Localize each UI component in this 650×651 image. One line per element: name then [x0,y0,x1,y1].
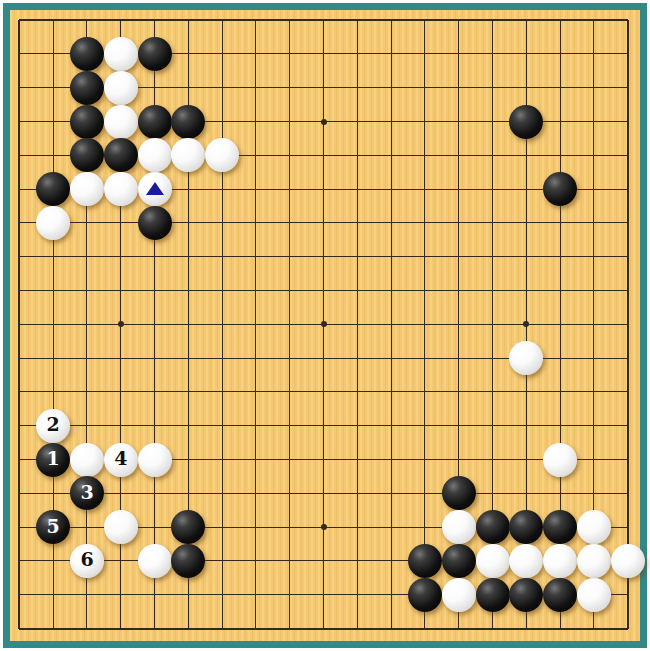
board-intersection[interactable] [408,240,442,274]
board-intersection[interactable] [273,375,307,409]
board-intersection[interactable] [70,409,104,443]
board-intersection[interactable] [543,206,577,240]
board-intersection[interactable] [408,274,442,308]
board-intersection[interactable] [36,307,70,341]
board-intersection[interactable] [442,105,476,139]
board-intersection[interactable] [307,544,341,578]
board-intersection[interactable] [509,274,543,308]
board-intersection[interactable] [3,612,37,646]
board-intersection[interactable] [577,341,611,375]
board-intersection[interactable] [442,71,476,105]
board-intersection[interactable] [374,37,408,71]
board-intersection[interactable] [374,409,408,443]
board-intersection[interactable] [239,375,273,409]
board-intersection[interactable] [36,138,70,172]
board-intersection[interactable] [3,375,37,409]
board-intersection[interactable] [611,37,645,71]
board-intersection[interactable] [577,37,611,71]
board-intersection[interactable] [205,206,239,240]
board-intersection[interactable] [36,240,70,274]
board-intersection[interactable] [36,37,70,71]
board-intersection[interactable] [239,240,273,274]
board-intersection[interactable] [340,206,374,240]
board-intersection[interactable] [273,71,307,105]
board-intersection[interactable] [171,206,205,240]
board-intersection[interactable] [408,341,442,375]
board-intersection[interactable] [70,274,104,308]
board-intersection[interactable] [273,510,307,544]
board-intersection[interactable] [408,443,442,477]
board-intersection[interactable] [476,138,510,172]
board-intersection[interactable] [138,409,172,443]
board-intersection[interactable] [36,341,70,375]
board-intersection[interactable] [171,612,205,646]
board-intersection[interactable] [239,37,273,71]
board-intersection[interactable] [70,240,104,274]
board-intersection[interactable] [509,409,543,443]
board-intersection[interactable] [273,274,307,308]
board-intersection[interactable] [543,274,577,308]
board-intersection[interactable] [340,510,374,544]
board-intersection[interactable] [205,510,239,544]
board-intersection[interactable] [171,443,205,477]
board-intersection[interactable] [307,612,341,646]
board-intersection[interactable] [3,307,37,341]
board-intersection[interactable] [340,375,374,409]
board-intersection[interactable] [509,37,543,71]
board-intersection[interactable] [543,476,577,510]
board-intersection[interactable] [374,172,408,206]
board-intersection[interactable] [171,71,205,105]
board-intersection[interactable] [239,443,273,477]
board-intersection[interactable] [3,138,37,172]
board-intersection[interactable] [307,341,341,375]
board-intersection[interactable] [205,240,239,274]
board-intersection[interactable] [577,3,611,37]
board-intersection[interactable] [577,172,611,206]
board-intersection[interactable] [205,443,239,477]
board-intersection[interactable] [3,510,37,544]
board-intersection[interactable] [3,105,37,139]
board-intersection[interactable] [205,409,239,443]
board-intersection[interactable] [307,138,341,172]
board-intersection[interactable] [307,172,341,206]
board-intersection[interactable] [476,240,510,274]
board-intersection[interactable] [171,3,205,37]
board-intersection[interactable] [340,172,374,206]
board-intersection[interactable] [70,307,104,341]
board-intersection[interactable] [70,341,104,375]
board-intersection[interactable] [239,274,273,308]
board-intersection[interactable] [239,3,273,37]
board-intersection[interactable] [3,409,37,443]
board-intersection[interactable] [611,3,645,37]
board-intersection[interactable] [509,476,543,510]
board-intersection[interactable] [408,476,442,510]
board-intersection[interactable] [3,274,37,308]
board-intersection[interactable] [273,443,307,477]
board-intersection[interactable] [340,3,374,37]
board-intersection[interactable] [205,3,239,37]
board-intersection[interactable] [239,172,273,206]
board-intersection[interactable] [408,307,442,341]
board-intersection[interactable] [611,612,645,646]
board-intersection[interactable] [340,443,374,477]
board-intersection[interactable] [239,138,273,172]
board-intersection[interactable] [476,341,510,375]
board-intersection[interactable] [36,578,70,612]
board-intersection[interactable] [509,612,543,646]
board-intersection[interactable] [138,3,172,37]
board-intersection[interactable] [171,476,205,510]
board-intersection[interactable] [374,3,408,37]
board-intersection[interactable] [374,307,408,341]
board-intersection[interactable] [611,375,645,409]
board-intersection[interactable] [70,612,104,646]
board-intersection[interactable] [138,612,172,646]
board-intersection[interactable] [611,341,645,375]
board-intersection[interactable] [442,307,476,341]
board-intersection[interactable] [611,409,645,443]
board-intersection[interactable] [36,71,70,105]
board-intersection[interactable] [239,544,273,578]
board-intersection[interactable] [3,544,37,578]
board-intersection[interactable] [340,240,374,274]
board-intersection[interactable] [476,206,510,240]
board-intersection[interactable] [543,612,577,646]
board-intersection[interactable] [307,409,341,443]
board-intersection[interactable] [611,274,645,308]
board-intersection[interactable] [611,240,645,274]
board-intersection[interactable] [104,341,138,375]
board-intersection[interactable] [205,612,239,646]
board-intersection[interactable] [138,341,172,375]
board-intersection[interactable] [476,476,510,510]
board-intersection[interactable] [205,172,239,206]
board-intersection[interactable] [476,37,510,71]
board-intersection[interactable] [205,578,239,612]
board-intersection[interactable] [374,375,408,409]
board-intersection[interactable] [104,240,138,274]
board-intersection[interactable] [36,544,70,578]
board-intersection[interactable] [171,37,205,71]
board-intersection[interactable] [239,409,273,443]
board-intersection[interactable] [543,138,577,172]
board-intersection[interactable] [104,612,138,646]
board-intersection[interactable] [239,105,273,139]
board-intersection[interactable] [577,307,611,341]
board-intersection[interactable] [374,138,408,172]
board-intersection[interactable] [408,510,442,544]
board-intersection[interactable] [509,3,543,37]
board-intersection[interactable] [70,578,104,612]
board-intersection[interactable] [577,138,611,172]
board-intersection[interactable] [408,375,442,409]
board-intersection[interactable] [543,375,577,409]
board-intersection[interactable] [476,307,510,341]
board-intersection[interactable] [543,37,577,71]
board-intersection[interactable] [509,240,543,274]
board-intersection[interactable] [408,172,442,206]
board-intersection[interactable] [509,71,543,105]
board-intersection[interactable] [273,105,307,139]
board-intersection[interactable] [273,206,307,240]
board-intersection[interactable] [374,612,408,646]
board-intersection[interactable] [408,71,442,105]
board-intersection[interactable] [307,71,341,105]
board-intersection[interactable] [442,172,476,206]
board-intersection[interactable] [138,476,172,510]
board-intersection[interactable] [577,476,611,510]
board-intersection[interactable] [205,274,239,308]
board-intersection[interactable] [374,105,408,139]
board-intersection[interactable] [340,476,374,510]
board-intersection[interactable] [138,510,172,544]
board-intersection[interactable] [476,105,510,139]
board-intersection[interactable] [340,274,374,308]
board-intersection[interactable] [3,206,37,240]
board-intersection[interactable] [3,240,37,274]
board-intersection[interactable] [3,341,37,375]
board-intersection[interactable] [273,544,307,578]
board-intersection[interactable] [239,341,273,375]
board-intersection[interactable] [442,274,476,308]
board-intersection[interactable] [70,206,104,240]
board-intersection[interactable] [104,409,138,443]
board-intersection[interactable] [273,409,307,443]
board-intersection[interactable] [408,3,442,37]
board-intersection[interactable] [611,71,645,105]
board-intersection[interactable] [239,206,273,240]
board-intersection[interactable] [543,409,577,443]
board-intersection[interactable] [273,240,307,274]
board-intersection[interactable] [273,37,307,71]
board-intersection[interactable] [340,409,374,443]
board-intersection[interactable] [138,274,172,308]
board-intersection[interactable] [340,612,374,646]
board-intersection[interactable] [543,341,577,375]
board-intersection[interactable] [171,240,205,274]
board-intersection[interactable] [543,307,577,341]
board-intersection[interactable] [374,341,408,375]
board-intersection[interactable] [104,206,138,240]
board-intersection[interactable] [104,476,138,510]
board-intersection[interactable] [577,71,611,105]
board-intersection[interactable] [509,172,543,206]
board-intersection[interactable] [273,3,307,37]
board-intersection[interactable] [70,510,104,544]
board-intersection[interactable] [543,240,577,274]
board-intersection[interactable] [205,71,239,105]
board-intersection[interactable] [205,476,239,510]
board-intersection[interactable] [476,71,510,105]
board-intersection[interactable] [374,476,408,510]
board-intersection[interactable] [307,578,341,612]
board-intersection[interactable] [374,240,408,274]
board-intersection[interactable] [577,443,611,477]
board-intersection[interactable] [104,375,138,409]
board-intersection[interactable] [340,138,374,172]
board-intersection[interactable] [374,578,408,612]
board-intersection[interactable] [171,375,205,409]
board-intersection[interactable] [476,443,510,477]
board-intersection[interactable] [36,476,70,510]
board-intersection[interactable] [273,138,307,172]
board-intersection[interactable] [340,544,374,578]
board-intersection[interactable] [509,206,543,240]
board-intersection[interactable] [70,3,104,37]
board-intersection[interactable] [239,612,273,646]
board-intersection[interactable] [138,578,172,612]
board-intersection[interactable] [577,240,611,274]
board-intersection[interactable] [138,307,172,341]
board-intersection[interactable] [476,274,510,308]
board-intersection[interactable] [70,375,104,409]
board-intersection[interactable] [340,105,374,139]
board-intersection[interactable] [307,206,341,240]
board-intersection[interactable] [307,476,341,510]
board-intersection[interactable] [509,443,543,477]
board-intersection[interactable] [3,443,37,477]
board-intersection[interactable] [3,578,37,612]
board-intersection[interactable] [408,37,442,71]
board-intersection[interactable] [611,105,645,139]
board-intersection[interactable] [205,375,239,409]
board-intersection[interactable] [307,375,341,409]
board-intersection[interactable] [442,375,476,409]
board-intersection[interactable] [543,71,577,105]
board-intersection[interactable] [476,375,510,409]
board-intersection[interactable] [611,138,645,172]
board-intersection[interactable] [340,37,374,71]
board-intersection[interactable] [104,544,138,578]
board-intersection[interactable] [577,105,611,139]
board-intersection[interactable] [205,105,239,139]
board-intersection[interactable] [307,37,341,71]
board-intersection[interactable] [611,476,645,510]
board-intersection[interactable] [138,375,172,409]
board-intersection[interactable] [374,443,408,477]
board-intersection[interactable] [408,612,442,646]
board-intersection[interactable] [138,240,172,274]
board-intersection[interactable] [3,476,37,510]
board-intersection[interactable] [442,443,476,477]
board-intersection[interactable] [307,274,341,308]
board-intersection[interactable] [408,138,442,172]
board-intersection[interactable] [205,37,239,71]
board-intersection[interactable] [205,307,239,341]
board-intersection[interactable] [205,544,239,578]
board-intersection[interactable] [104,3,138,37]
board-intersection[interactable] [611,510,645,544]
board-intersection[interactable] [36,612,70,646]
board-intersection[interactable] [577,612,611,646]
board-intersection[interactable] [442,409,476,443]
board-intersection[interactable] [104,578,138,612]
board-intersection[interactable] [171,341,205,375]
board-intersection[interactable] [442,37,476,71]
board-intersection[interactable] [3,71,37,105]
board-intersection[interactable] [273,172,307,206]
board-intersection[interactable] [611,206,645,240]
board-intersection[interactable] [611,578,645,612]
board-intersection[interactable] [205,341,239,375]
board-intersection[interactable] [509,138,543,172]
board-intersection[interactable] [611,307,645,341]
board-intersection[interactable] [509,375,543,409]
board-intersection[interactable] [307,240,341,274]
board-intersection[interactable] [442,206,476,240]
board-intersection[interactable] [307,3,341,37]
board-intersection[interactable] [171,409,205,443]
board-intersection[interactable] [408,105,442,139]
board-intersection[interactable] [577,375,611,409]
board-intersection[interactable] [476,3,510,37]
board-intersection[interactable] [171,307,205,341]
board-intersection[interactable] [36,375,70,409]
board-intersection[interactable] [374,510,408,544]
board-intersection[interactable] [138,71,172,105]
board-intersection[interactable] [577,274,611,308]
board-intersection[interactable] [543,105,577,139]
board-intersection[interactable] [442,3,476,37]
board-intersection[interactable] [577,206,611,240]
board-intersection[interactable] [476,172,510,206]
board-intersection[interactable] [36,274,70,308]
board-intersection[interactable] [476,612,510,646]
board-intersection[interactable] [36,3,70,37]
board-intersection[interactable] [273,307,307,341]
board-intersection[interactable] [307,443,341,477]
board-intersection[interactable] [442,138,476,172]
board-intersection[interactable] [273,341,307,375]
board-intersection[interactable] [340,307,374,341]
board-intersection[interactable] [171,274,205,308]
board-intersection[interactable] [273,476,307,510]
board-intersection[interactable] [374,274,408,308]
board-intersection[interactable] [239,307,273,341]
board-intersection[interactable] [340,341,374,375]
board-intersection[interactable] [36,105,70,139]
board-intersection[interactable] [374,206,408,240]
board-intersection[interactable] [476,409,510,443]
board-intersection[interactable] [442,341,476,375]
board-intersection[interactable] [611,443,645,477]
board-intersection[interactable] [3,37,37,71]
board-intersection[interactable] [543,3,577,37]
board-intersection[interactable] [239,71,273,105]
board-intersection[interactable] [442,612,476,646]
board-intersection[interactable] [577,409,611,443]
board-intersection[interactable] [442,240,476,274]
board-intersection[interactable] [408,409,442,443]
board-intersection[interactable] [611,172,645,206]
board-intersection[interactable] [340,71,374,105]
board-intersection[interactable] [273,612,307,646]
board-intersection[interactable] [3,3,37,37]
board-intersection[interactable] [273,578,307,612]
board-intersection[interactable] [340,578,374,612]
board-intersection[interactable] [3,172,37,206]
board-intersection[interactable] [239,510,273,544]
board-intersection[interactable] [171,172,205,206]
board-intersection[interactable] [171,578,205,612]
board-intersection[interactable] [374,544,408,578]
board-intersection[interactable] [239,578,273,612]
board-intersection[interactable] [239,476,273,510]
board-intersection[interactable] [374,71,408,105]
board-intersection[interactable] [104,274,138,308]
